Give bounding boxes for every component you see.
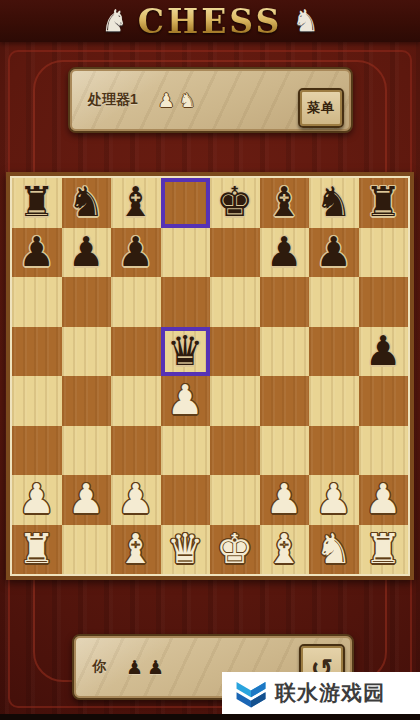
- square-h7[interactable]: [359, 228, 409, 278]
- piece-white-pawn: ♟: [365, 475, 402, 525]
- square-c1[interactable]: ♝: [111, 525, 161, 575]
- piece-white-pawn: ♟: [167, 376, 204, 426]
- piece-black-knight: ♞: [315, 178, 352, 228]
- square-c6[interactable]: [111, 277, 161, 327]
- piece-black-rook: ♜: [18, 178, 55, 228]
- piece-white-bishop: ♝: [117, 525, 154, 575]
- square-g8[interactable]: ♞: [309, 178, 359, 228]
- piece-white-pawn: ♟: [68, 475, 105, 525]
- piece-black-pawn: ♟: [266, 228, 303, 278]
- square-d1[interactable]: ♛: [161, 525, 211, 575]
- piece-white-pawn: ♟: [266, 475, 303, 525]
- bottom-edge-strip: [0, 714, 420, 720]
- menu-button[interactable]: 菜单: [298, 88, 344, 128]
- piece-black-rook: ♜: [365, 178, 402, 228]
- square-c5[interactable]: [111, 327, 161, 377]
- square-b7[interactable]: ♟: [62, 228, 112, 278]
- piece-white-bishop: ♝: [266, 525, 303, 575]
- watermark-logo-icon: [234, 676, 268, 710]
- square-g7[interactable]: ♟: [309, 228, 359, 278]
- captured-black-pawn-icon: ♟: [126, 658, 143, 677]
- watermark-text: 联水游戏园: [275, 679, 385, 707]
- square-g1[interactable]: ♞: [309, 525, 359, 575]
- square-c2[interactable]: ♟: [111, 475, 161, 525]
- square-c3[interactable]: [111, 426, 161, 476]
- chess-board: ♜♞♝♚♝♞♜♟♟♟♟♟♛♟♟♟♟♟♟♟♟♜♝♛♚♝♞♜: [12, 178, 408, 574]
- app-title: CHESS: [138, 2, 283, 41]
- captured-black-pawn-icon: ♟: [147, 658, 164, 677]
- square-f5[interactable]: [260, 327, 310, 377]
- square-d2[interactable]: [161, 475, 211, 525]
- top-player-bar: 处理器1 ♟♞ 菜单: [68, 67, 353, 133]
- square-f3[interactable]: [260, 426, 310, 476]
- square-a4[interactable]: [12, 376, 62, 426]
- square-f1[interactable]: ♝: [260, 525, 310, 575]
- square-a1[interactable]: ♜: [12, 525, 62, 575]
- square-h6[interactable]: [359, 277, 409, 327]
- board-inner-border: ♜♞♝♚♝♞♜♟♟♟♟♟♛♟♟♟♟♟♟♟♟♜♝♛♚♝♞♜: [10, 176, 410, 576]
- square-a8[interactable]: ♜: [12, 178, 62, 228]
- bottom-captured-pieces-tray: ♟♟: [126, 658, 164, 677]
- square-c8[interactable]: ♝: [111, 178, 161, 228]
- square-f4[interactable]: [260, 376, 310, 426]
- piece-black-king: ♚: [216, 178, 253, 228]
- piece-white-rook: ♜: [365, 525, 402, 575]
- square-d3[interactable]: [161, 426, 211, 476]
- white-knight-icon: ♞: [101, 6, 128, 36]
- square-h3[interactable]: [359, 426, 409, 476]
- app-header: ♞ CHESS ♞: [0, 0, 420, 42]
- square-a6[interactable]: [12, 277, 62, 327]
- piece-white-knight: ♞: [315, 525, 352, 575]
- piece-black-pawn: ♟: [18, 228, 55, 278]
- square-e4[interactable]: [210, 376, 260, 426]
- piece-black-pawn: ♟: [68, 228, 105, 278]
- square-b1[interactable]: [62, 525, 112, 575]
- square-a3[interactable]: [12, 426, 62, 476]
- board-frame: ♜♞♝♚♝♞♜♟♟♟♟♟♛♟♟♟♟♟♟♟♟♜♝♛♚♝♞♜: [6, 172, 414, 580]
- piece-white-queen: ♛: [167, 525, 204, 575]
- square-b5[interactable]: [62, 327, 112, 377]
- square-b3[interactable]: [62, 426, 112, 476]
- square-a2[interactable]: ♟: [12, 475, 62, 525]
- square-e1[interactable]: ♚: [210, 525, 260, 575]
- square-h5[interactable]: ♟: [359, 327, 409, 377]
- square-e5[interactable]: [210, 327, 260, 377]
- square-g2[interactable]: ♟: [309, 475, 359, 525]
- square-h2[interactable]: ♟: [359, 475, 409, 525]
- captured-white-pawn-icon: ♟: [158, 91, 175, 110]
- square-f8[interactable]: ♝: [260, 178, 310, 228]
- square-e8[interactable]: ♚: [210, 178, 260, 228]
- square-d7[interactable]: [161, 228, 211, 278]
- piece-white-pawn: ♟: [18, 475, 55, 525]
- piece-black-pawn: ♟: [365, 327, 402, 377]
- captured-white-knight-icon: ♞: [179, 91, 196, 110]
- square-f7[interactable]: ♟: [260, 228, 310, 278]
- chess-app-screen: ♞ CHESS ♞ 处理器1 ♟♞ 菜单 ♜♞♝♚♝♞♜♟♟♟♟♟♛♟♟♟♟♟♟…: [0, 0, 420, 720]
- square-g6[interactable]: [309, 277, 359, 327]
- square-g3[interactable]: [309, 426, 359, 476]
- square-d8[interactable]: [161, 178, 211, 228]
- square-c4[interactable]: [111, 376, 161, 426]
- piece-black-queen: ♛: [167, 327, 204, 377]
- square-c7[interactable]: ♟: [111, 228, 161, 278]
- square-g5[interactable]: [309, 327, 359, 377]
- piece-white-king: ♚: [216, 525, 253, 575]
- square-h8[interactable]: ♜: [359, 178, 409, 228]
- piece-black-knight: ♞: [68, 178, 105, 228]
- piece-white-pawn: ♟: [117, 475, 154, 525]
- square-e2[interactable]: [210, 475, 260, 525]
- square-b4[interactable]: [62, 376, 112, 426]
- square-b8[interactable]: ♞: [62, 178, 112, 228]
- square-e3[interactable]: [210, 426, 260, 476]
- square-d5[interactable]: ♛: [161, 327, 211, 377]
- piece-white-pawn: ♟: [315, 475, 352, 525]
- bottom-player-name: 你: [92, 658, 106, 676]
- piece-black-bishop: ♝: [266, 178, 303, 228]
- piece-black-pawn: ♟: [315, 228, 352, 278]
- square-d4[interactable]: ♟: [161, 376, 211, 426]
- square-a5[interactable]: [12, 327, 62, 377]
- square-g4[interactable]: [309, 376, 359, 426]
- white-knight-icon: ♞: [292, 6, 319, 36]
- square-f6[interactable]: [260, 277, 310, 327]
- square-h1[interactable]: ♜: [359, 525, 409, 575]
- square-b2[interactable]: ♟: [62, 475, 112, 525]
- square-h4[interactable]: [359, 376, 409, 426]
- square-b6[interactable]: [62, 277, 112, 327]
- top-player-name: 处理器1: [88, 91, 138, 109]
- square-a7[interactable]: ♟: [12, 228, 62, 278]
- square-e7[interactable]: [210, 228, 260, 278]
- watermark-banner: 联水游戏园: [222, 672, 420, 714]
- piece-black-bishop: ♝: [117, 178, 154, 228]
- square-d6[interactable]: [161, 277, 211, 327]
- square-e6[interactable]: [210, 277, 260, 327]
- piece-black-pawn: ♟: [117, 228, 154, 278]
- square-f2[interactable]: ♟: [260, 475, 310, 525]
- top-captured-pieces-tray: ♟♞: [158, 91, 196, 110]
- piece-white-rook: ♜: [18, 525, 55, 575]
